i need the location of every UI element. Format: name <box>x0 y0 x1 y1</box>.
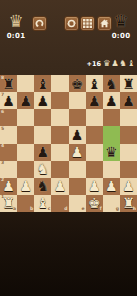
square-a5[interactable]: 5 <box>0 126 17 143</box>
square-h1[interactable]: h♜ <box>120 195 137 212</box>
file-label-a: a <box>13 207 16 212</box>
square-c4[interactable]: ♟ <box>34 144 51 161</box>
square-h6[interactable] <box>120 109 137 126</box>
square-c2[interactable]: ♞ <box>34 178 51 195</box>
black-rook[interactable]: ♜ <box>2 77 15 91</box>
square-e8[interactable]: ♚ <box>69 75 86 92</box>
captured-white-pawn-icon: ♟ <box>111 58 119 69</box>
black-clock: 0:00 <box>107 32 135 40</box>
square-c6[interactable] <box>34 109 51 126</box>
square-a6[interactable]: 6 <box>0 109 17 126</box>
square-b5[interactable] <box>17 126 34 143</box>
white-pawn[interactable]: ♟ <box>122 179 135 193</box>
white-pawn[interactable]: ♟ <box>71 145 84 159</box>
black-king[interactable]: ♚ <box>71 77 84 91</box>
black-pawn[interactable]: ♟ <box>122 94 135 108</box>
square-b1[interactable]: b <box>17 195 34 212</box>
square-g8[interactable]: ♞ <box>103 75 120 92</box>
square-e4[interactable]: ♟ <box>69 144 86 161</box>
square-a2[interactable]: 2♟ <box>0 178 17 195</box>
grid-icon <box>83 19 92 28</box>
rank-label-4: 4 <box>1 144 4 149</box>
restart-icon <box>35 19 44 28</box>
square-d4[interactable] <box>51 144 68 161</box>
rank-label-1: 1 <box>1 195 4 200</box>
square-e6[interactable] <box>69 109 86 126</box>
white-pawn[interactable]: ♟ <box>88 179 101 193</box>
home-icon <box>100 19 109 28</box>
rotate-board-button[interactable] <box>64 16 79 31</box>
square-d7[interactable] <box>51 92 68 109</box>
square-c3[interactable]: ♞ <box>34 161 51 178</box>
black-pawn[interactable]: ♟ <box>105 94 118 108</box>
square-h3[interactable] <box>120 161 137 178</box>
square-c7[interactable]: ♟ <box>34 92 51 109</box>
square-d5[interactable] <box>51 126 68 143</box>
white-knight[interactable]: ♞ <box>37 162 50 176</box>
rank-label-3: 3 <box>1 161 4 166</box>
file-label-b: b <box>30 207 33 212</box>
square-e5[interactable]: ♟ <box>69 126 86 143</box>
file-label-e: e <box>82 207 85 212</box>
black-rook[interactable]: ♜ <box>122 77 135 91</box>
square-a8[interactable]: 8♜ <box>0 75 17 92</box>
square-e2[interactable] <box>69 178 86 195</box>
square-g3[interactable] <box>103 161 120 178</box>
square-b4[interactable] <box>17 144 34 161</box>
square-b6[interactable] <box>17 109 34 126</box>
home-button[interactable] <box>97 16 112 31</box>
white-pawn[interactable]: ♟ <box>105 179 118 193</box>
square-h4[interactable] <box>120 144 137 161</box>
rank-label-5: 5 <box>1 127 4 132</box>
square-f8[interactable]: ♝ <box>86 75 103 92</box>
black-pawn[interactable]: ♟ <box>71 128 84 142</box>
rank-label-6: 6 <box>1 110 4 115</box>
square-f3[interactable] <box>86 161 103 178</box>
square-d2[interactable]: ♟ <box>51 178 68 195</box>
black-queen[interactable]: ♛ <box>105 145 118 159</box>
board-grid-button[interactable] <box>80 16 95 31</box>
square-f5[interactable] <box>86 126 103 143</box>
square-c8[interactable]: ♝ <box>34 75 51 92</box>
square-a1[interactable]: 1a♜ <box>0 195 17 212</box>
square-c5[interactable] <box>34 126 51 143</box>
square-b8[interactable] <box>17 75 34 92</box>
restart-button[interactable] <box>32 16 47 31</box>
square-f7[interactable]: ♟ <box>86 92 103 109</box>
black-pawn[interactable]: ♟ <box>88 94 101 108</box>
captured-pieces-tray: ♛♟♞♝ <box>103 58 136 69</box>
file-label-c: c <box>48 207 51 212</box>
square-h2[interactable]: ♟ <box>120 178 137 195</box>
file-label-g: g <box>116 207 119 212</box>
square-e7[interactable] <box>69 92 86 109</box>
rotate-icon <box>67 19 76 28</box>
rank-label-7: 7 <box>1 93 4 98</box>
white-player-queen-icon: ♛ <box>6 11 26 31</box>
square-f2[interactable]: ♟ <box>86 178 103 195</box>
square-g5[interactable] <box>103 126 120 143</box>
black-pawn[interactable]: ♟ <box>37 145 50 159</box>
captured-white-bishop-icon: ♝ <box>127 58 135 69</box>
square-h8[interactable]: ♜ <box>120 75 137 92</box>
rank-label-8: 8 <box>1 76 4 81</box>
square-d6[interactable] <box>51 109 68 126</box>
black-pawn[interactable]: ♟ <box>2 94 15 108</box>
square-a7[interactable]: 7♟ <box>0 92 17 109</box>
square-g7[interactable]: ♟ <box>103 92 120 109</box>
material-advantage-bar: +16 ♛♟♞♝ <box>87 58 136 69</box>
square-d3[interactable] <box>51 161 68 178</box>
square-g6[interactable] <box>103 109 120 126</box>
white-pawn[interactable]: ♟ <box>19 179 32 193</box>
file-label-f: f <box>100 207 102 212</box>
square-e1[interactable]: e <box>69 195 86 212</box>
black-player-queen-icon: ♛ <box>111 11 131 31</box>
material-advantage-value: +16 <box>87 60 102 68</box>
square-b2[interactable]: ♟ <box>17 178 34 195</box>
white-pawn[interactable]: ♟ <box>2 179 15 193</box>
black-pawn[interactable]: ♟ <box>37 94 50 108</box>
black-knight[interactable]: ♞ <box>105 77 118 91</box>
square-e3[interactable] <box>69 161 86 178</box>
square-a4[interactable]: 4 <box>0 144 17 161</box>
square-h7[interactable]: ♟ <box>120 92 137 109</box>
chess-board: 8♜♝♚♝♞♜7♟♟♟♟♟♟65♟4♟♟♛3♞2♟♟♞♟♟♟♟1a♜bc♝def… <box>0 75 137 212</box>
square-g4[interactable]: ♛ <box>103 144 120 161</box>
square-d1[interactable]: d <box>51 195 68 212</box>
captured-white-queen-icon: ♛ <box>103 58 111 69</box>
black-bishop[interactable]: ♝ <box>88 77 101 91</box>
file-label-h: h <box>133 207 136 212</box>
white-pawn[interactable]: ♟ <box>54 179 67 193</box>
black-bishop[interactable]: ♝ <box>37 77 50 91</box>
square-d8[interactable] <box>51 75 68 92</box>
captured-white-knight-icon: ♞ <box>119 58 127 69</box>
square-f1[interactable]: f♚ <box>86 195 103 212</box>
white-king[interactable]: ♚ <box>88 196 101 210</box>
square-b7[interactable]: ♟ <box>17 92 34 109</box>
chess-app-screen: ♛ 0:01 ♛ 0:00 +16 ♛♟♞♝ 8♜♝♚♝♞♜ <box>0 0 137 296</box>
square-f6[interactable] <box>86 109 103 126</box>
square-g2[interactable]: ♟ <box>103 178 120 195</box>
black-knight[interactable]: ♞ <box>37 179 50 193</box>
square-g1[interactable]: g <box>103 195 120 212</box>
square-b3[interactable] <box>17 161 34 178</box>
file-label-d: d <box>64 207 67 212</box>
rank-label-2: 2 <box>1 178 4 183</box>
square-c1[interactable]: c♝ <box>34 195 51 212</box>
white-clock: 0:01 <box>2 32 30 40</box>
square-a3[interactable]: 3 <box>0 161 17 178</box>
black-pawn[interactable]: ♟ <box>19 94 32 108</box>
square-h5[interactable] <box>120 126 137 143</box>
square-f4[interactable] <box>86 144 103 161</box>
